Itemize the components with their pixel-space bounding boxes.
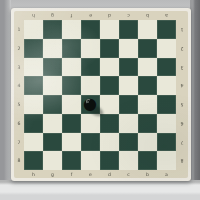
square-b5 — [138, 95, 157, 114]
square-b1 — [138, 20, 157, 39]
square-e7 — [81, 133, 100, 152]
square-a7 — [157, 133, 176, 152]
whiteboard-right-edge — [190, 0, 200, 200]
square-c7 — [119, 133, 138, 152]
board-grid: ● — [24, 20, 176, 170]
square-g1 — [43, 20, 62, 39]
square-h1 — [24, 20, 43, 39]
square-h8 — [24, 151, 43, 170]
chessboard: hgfedcba hgfedcba 12345678 12345678 ● — [11, 8, 191, 181]
square-e8 — [81, 151, 100, 170]
square-a5 — [157, 95, 176, 114]
square-d1 — [100, 20, 119, 39]
square-h2 — [24, 39, 43, 58]
square-d3 — [100, 58, 119, 77]
square-f8 — [62, 151, 81, 170]
square-f6 — [62, 114, 81, 133]
square-d6 — [100, 114, 119, 133]
square-e1 — [81, 20, 100, 39]
square-c1 — [119, 20, 138, 39]
piece-highlight-dot — [87, 101, 89, 103]
square-g6 — [43, 114, 62, 133]
square-b8 — [138, 151, 157, 170]
square-c3 — [119, 58, 138, 77]
square-d4 — [100, 76, 119, 95]
square-f3 — [62, 58, 81, 77]
square-g5 — [43, 95, 62, 114]
square-a6 — [157, 114, 176, 133]
square-d8 — [100, 151, 119, 170]
square-h3 — [24, 58, 43, 77]
square-a1 — [157, 20, 176, 39]
square-b7 — [138, 133, 157, 152]
square-c8 — [119, 151, 138, 170]
square-f2 — [62, 39, 81, 58]
square-d7 — [100, 133, 119, 152]
square-a3 — [157, 58, 176, 77]
square-h7 — [24, 133, 43, 152]
square-f5 — [62, 95, 81, 114]
square-g2 — [43, 39, 62, 58]
square-c6 — [119, 114, 138, 133]
whiteboard-left-edge — [0, 0, 11, 200]
square-a8 — [157, 151, 176, 170]
square-f4 — [62, 76, 81, 95]
square-e3 — [81, 58, 100, 77]
scene: hgfedcba hgfedcba 12345678 12345678 ● — [0, 0, 200, 200]
square-e2 — [81, 39, 100, 58]
square-e6 — [81, 114, 100, 133]
whiteboard-tray — [0, 180, 200, 200]
square-g8 — [43, 151, 62, 170]
square-h5 — [24, 95, 43, 114]
square-b3 — [138, 58, 157, 77]
square-f1 — [62, 20, 81, 39]
square-a4 — [157, 76, 176, 95]
square-g4 — [43, 76, 62, 95]
square-c5 — [119, 95, 138, 114]
square-h4 — [24, 76, 43, 95]
square-b6 — [138, 114, 157, 133]
square-b2 — [138, 39, 157, 58]
square-h6 — [24, 114, 43, 133]
square-g7 — [43, 133, 62, 152]
square-f7 — [62, 133, 81, 152]
black-pawn[interactable]: ● — [83, 97, 98, 112]
square-g3 — [43, 58, 62, 77]
square-e4 — [81, 76, 100, 95]
square-b4 — [138, 76, 157, 95]
square-d2 — [100, 39, 119, 58]
square-c4 — [119, 76, 138, 95]
square-a2 — [157, 39, 176, 58]
square-c2 — [119, 39, 138, 58]
